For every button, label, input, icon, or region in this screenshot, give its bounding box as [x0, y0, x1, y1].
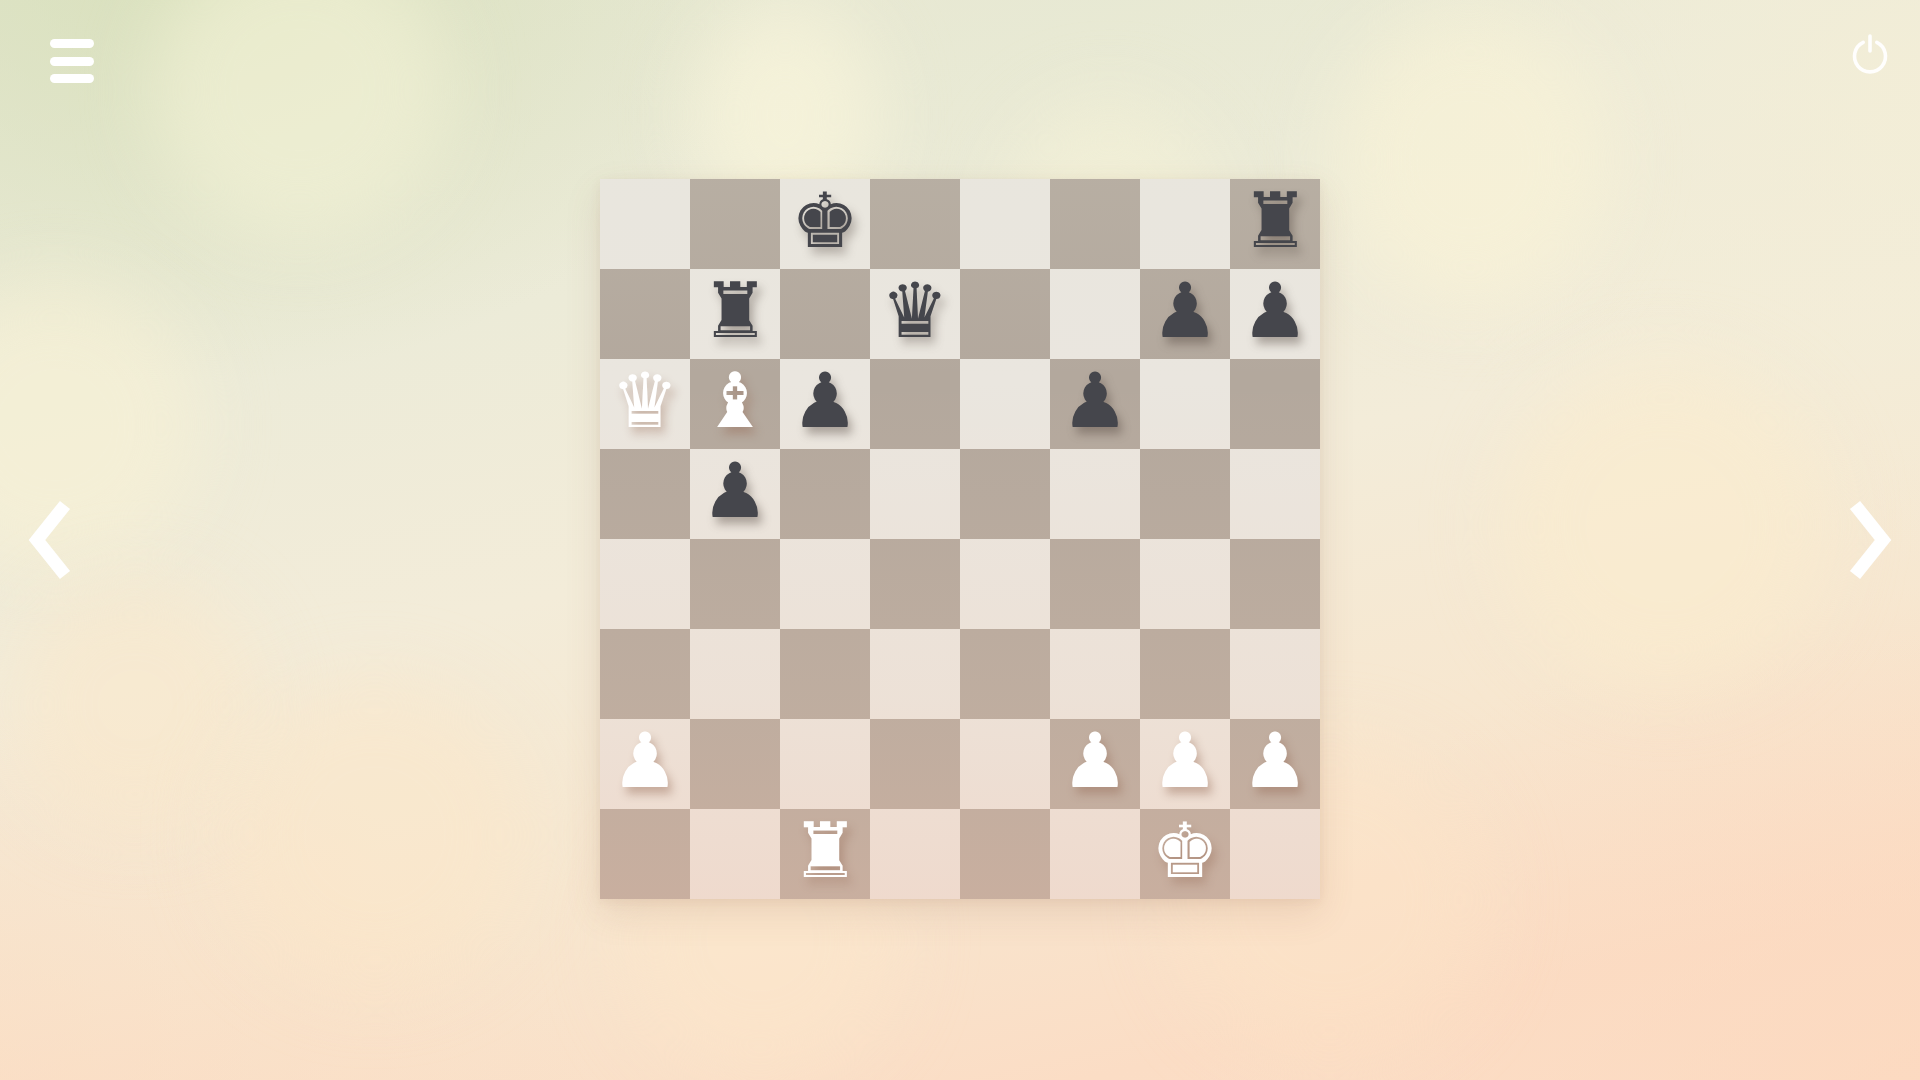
square-c8[interactable]: ♚: [780, 179, 870, 269]
piece-black-pawn[interactable]: ♟: [1151, 273, 1219, 349]
square-f3[interactable]: [1050, 629, 1140, 719]
square-c2[interactable]: [780, 719, 870, 809]
square-g6[interactable]: [1140, 359, 1230, 449]
square-d1[interactable]: [870, 809, 960, 899]
square-d7[interactable]: ♛: [870, 269, 960, 359]
hamburger-icon: [50, 39, 94, 48]
square-h1[interactable]: [1230, 809, 1320, 899]
square-g1[interactable]: ♚: [1140, 809, 1230, 899]
chevron-right-icon: [1842, 498, 1898, 582]
chess-board[interactable]: ♚♜♜♛♟♟♛♝♟♟♟♟♟♟♟♜♚: [600, 179, 1320, 899]
square-g3[interactable]: [1140, 629, 1230, 719]
square-g8[interactable]: [1140, 179, 1230, 269]
menu-button[interactable]: [50, 39, 94, 83]
piece-white-bishop[interactable]: ♝: [701, 363, 769, 439]
square-b2[interactable]: [690, 719, 780, 809]
square-b4[interactable]: [690, 539, 780, 629]
square-h7[interactable]: ♟: [1230, 269, 1320, 359]
square-d6[interactable]: [870, 359, 960, 449]
square-g7[interactable]: ♟: [1140, 269, 1230, 359]
square-f2[interactable]: ♟: [1050, 719, 1140, 809]
square-c5[interactable]: [780, 449, 870, 539]
piece-white-queen[interactable]: ♛: [611, 363, 679, 439]
square-c1[interactable]: ♜: [780, 809, 870, 899]
piece-white-pawn[interactable]: ♟: [611, 723, 679, 799]
square-b3[interactable]: [690, 629, 780, 719]
square-a1[interactable]: [600, 809, 690, 899]
piece-black-pawn[interactable]: ♟: [701, 453, 769, 529]
piece-white-rook[interactable]: ♜: [791, 813, 859, 889]
square-d8[interactable]: [870, 179, 960, 269]
piece-black-rook[interactable]: ♜: [1241, 183, 1309, 259]
square-h4[interactable]: [1230, 539, 1320, 629]
square-f6[interactable]: ♟: [1050, 359, 1140, 449]
square-d4[interactable]: [870, 539, 960, 629]
piece-white-king[interactable]: ♚: [1151, 813, 1219, 889]
square-b7[interactable]: ♜: [690, 269, 780, 359]
piece-black-rook[interactable]: ♜: [701, 273, 769, 349]
square-e3[interactable]: [960, 629, 1050, 719]
next-puzzle-button[interactable]: [1842, 498, 1898, 582]
square-d2[interactable]: [870, 719, 960, 809]
square-a6[interactable]: ♛: [600, 359, 690, 449]
square-f8[interactable]: [1050, 179, 1140, 269]
square-h8[interactable]: ♜: [1230, 179, 1320, 269]
piece-black-pawn[interactable]: ♟: [791, 363, 859, 439]
bokeh-circle: [150, 0, 450, 240]
square-a8[interactable]: [600, 179, 690, 269]
piece-black-pawn[interactable]: ♟: [1061, 363, 1129, 439]
bokeh-circle: [1500, 360, 1830, 690]
square-a2[interactable]: ♟: [600, 719, 690, 809]
square-f4[interactable]: [1050, 539, 1140, 629]
square-e8[interactable]: [960, 179, 1050, 269]
square-c6[interactable]: ♟: [780, 359, 870, 449]
square-b1[interactable]: [690, 809, 780, 899]
square-g2[interactable]: ♟: [1140, 719, 1230, 809]
square-c4[interactable]: [780, 539, 870, 629]
square-e7[interactable]: [960, 269, 1050, 359]
square-g5[interactable]: [1140, 449, 1230, 539]
piece-black-pawn[interactable]: ♟: [1241, 273, 1309, 349]
piece-white-pawn[interactable]: ♟: [1151, 723, 1219, 799]
square-a5[interactable]: [600, 449, 690, 539]
square-a3[interactable]: [600, 629, 690, 719]
prev-puzzle-button[interactable]: [22, 498, 78, 582]
square-f7[interactable]: [1050, 269, 1140, 359]
bokeh-circle: [10, 580, 260, 830]
square-g4[interactable]: [1140, 539, 1230, 629]
square-e2[interactable]: [960, 719, 1050, 809]
square-e1[interactable]: [960, 809, 1050, 899]
square-h3[interactable]: [1230, 629, 1320, 719]
square-e5[interactable]: [960, 449, 1050, 539]
square-h6[interactable]: [1230, 359, 1320, 449]
square-f1[interactable]: [1050, 809, 1140, 899]
square-h2[interactable]: ♟: [1230, 719, 1320, 809]
bokeh-circle: [1330, 10, 1610, 310]
square-c7[interactable]: [780, 269, 870, 359]
square-d3[interactable]: [870, 629, 960, 719]
square-b8[interactable]: [690, 179, 780, 269]
chevron-left-icon: [22, 498, 78, 582]
power-button[interactable]: [1848, 31, 1892, 75]
square-d5[interactable]: [870, 449, 960, 539]
square-c3[interactable]: [780, 629, 870, 719]
square-b6[interactable]: ♝: [690, 359, 780, 449]
piece-black-queen[interactable]: ♛: [881, 273, 949, 349]
square-f5[interactable]: [1050, 449, 1140, 539]
piece-white-pawn[interactable]: ♟: [1241, 723, 1309, 799]
square-a7[interactable]: [600, 269, 690, 359]
square-e4[interactable]: [960, 539, 1050, 629]
piece-white-pawn[interactable]: ♟: [1061, 723, 1129, 799]
square-b5[interactable]: ♟: [690, 449, 780, 539]
bokeh-circle: [220, 680, 530, 990]
square-a4[interactable]: [600, 539, 690, 629]
hamburger-icon: [50, 57, 94, 66]
power-icon: [1848, 31, 1892, 75]
square-e6[interactable]: [960, 359, 1050, 449]
hamburger-icon: [50, 74, 94, 83]
square-h5[interactable]: [1230, 449, 1320, 539]
piece-black-king[interactable]: ♚: [791, 183, 859, 259]
